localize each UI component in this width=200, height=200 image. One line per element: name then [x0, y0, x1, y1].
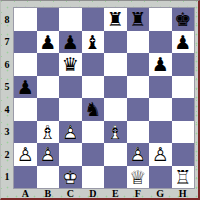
square-c7[interactable]: ♟: [59, 31, 82, 54]
rank-label-4: 4: [1, 98, 13, 121]
piece-white-pawn[interactable]: ♟♙: [37, 143, 60, 166]
square-d3[interactable]: [82, 121, 105, 144]
rank-labels: 87654321: [1, 8, 13, 188]
piece-black-pawn[interactable]: ♟: [172, 31, 195, 54]
square-b6[interactable]: [37, 53, 60, 76]
square-f4[interactable]: [127, 98, 150, 121]
rank-label-6: 6: [1, 53, 13, 76]
square-e8[interactable]: ♜: [104, 8, 127, 31]
piece-outline: ♗: [104, 121, 127, 144]
piece-white-king[interactable]: ♚♔: [59, 166, 82, 189]
file-label-e: E: [104, 188, 127, 199]
square-e4[interactable]: [104, 98, 127, 121]
square-d7[interactable]: ♝: [82, 31, 105, 54]
square-c2[interactable]: [59, 143, 82, 166]
square-a4[interactable]: [14, 98, 37, 121]
square-g1[interactable]: [149, 166, 172, 189]
piece-fill: ♛: [59, 53, 82, 76]
piece-white-pawn[interactable]: ♟♙: [59, 121, 82, 144]
square-e5[interactable]: [104, 76, 127, 99]
piece-fill: ♟: [172, 31, 195, 54]
square-a8[interactable]: [14, 8, 37, 31]
square-f8[interactable]: ♜: [127, 8, 150, 31]
rank-label-5: 5: [1, 76, 13, 99]
square-d5[interactable]: [82, 76, 105, 99]
square-c3[interactable]: ♟♙: [59, 121, 82, 144]
piece-fill: ♜: [104, 8, 127, 31]
rank-label-2: 2: [1, 143, 13, 166]
square-b7[interactable]: ♟: [37, 31, 60, 54]
square-e1[interactable]: [104, 166, 127, 189]
square-f7[interactable]: [127, 31, 150, 54]
square-a7[interactable]: [14, 31, 37, 54]
piece-outline: ♖: [172, 166, 195, 189]
board-frame: 87654321 ♜♜♚♟♟♝♟♛♟♟♞♝♗♟♙♝♗♟♙♟♙♟♙♟♙♚♔♛♕♜♖…: [0, 0, 200, 200]
square-h6[interactable]: [172, 53, 195, 76]
piece-fill: ♝: [82, 31, 105, 54]
piece-fill: ♞: [82, 98, 105, 121]
square-b5[interactable]: [37, 76, 60, 99]
piece-outline: ♙: [37, 143, 60, 166]
square-f2[interactable]: ♟♙: [127, 143, 150, 166]
square-c6[interactable]: ♛: [59, 53, 82, 76]
piece-outline: ♙: [59, 121, 82, 144]
piece-black-pawn[interactable]: ♟: [149, 53, 172, 76]
piece-white-pawn[interactable]: ♟♙: [149, 143, 172, 166]
square-g3[interactable]: [149, 121, 172, 144]
piece-black-rook[interactable]: ♜: [104, 8, 127, 31]
square-h8[interactable]: ♚: [172, 8, 195, 31]
piece-black-knight[interactable]: ♞: [82, 98, 105, 121]
square-e6[interactable]: [104, 53, 127, 76]
square-c4[interactable]: [59, 98, 82, 121]
square-c1[interactable]: ♚♔: [59, 166, 82, 189]
piece-fill: ♟: [149, 53, 172, 76]
piece-white-bishop[interactable]: ♝♗: [104, 121, 127, 144]
rank-label-1: 1: [1, 166, 13, 189]
square-f5[interactable]: [127, 76, 150, 99]
square-d1[interactable]: [82, 166, 105, 189]
square-g2[interactable]: ♟♙: [149, 143, 172, 166]
square-f3[interactable]: [127, 121, 150, 144]
piece-outline: ♗: [37, 121, 60, 144]
piece-outline: ♔: [59, 166, 82, 189]
square-g7[interactable]: [149, 31, 172, 54]
square-e2[interactable]: [104, 143, 127, 166]
piece-fill: ♟: [37, 31, 60, 54]
file-label-a: A: [14, 188, 37, 199]
file-label-c: C: [59, 188, 82, 199]
piece-black-pawn[interactable]: ♟: [59, 31, 82, 54]
rank-label-3: 3: [1, 121, 13, 144]
square-f1[interactable]: ♛♕: [127, 166, 150, 189]
piece-fill: ♜: [127, 8, 150, 31]
piece-outline: ♙: [14, 143, 37, 166]
chess-board: ♜♜♚♟♟♝♟♛♟♟♞♝♗♟♙♝♗♟♙♟♙♟♙♟♙♚♔♛♕♜♖: [13, 7, 195, 189]
square-d8[interactable]: [82, 8, 105, 31]
square-g4[interactable]: [149, 98, 172, 121]
square-a3[interactable]: [14, 121, 37, 144]
piece-white-bishop[interactable]: ♝♗: [37, 121, 60, 144]
piece-black-king[interactable]: ♚: [172, 8, 195, 31]
square-e7[interactable]: [104, 31, 127, 54]
piece-black-rook[interactable]: ♜: [127, 8, 150, 31]
piece-white-queen[interactable]: ♛♕: [127, 166, 150, 189]
rank-label-8: 8: [1, 8, 13, 31]
piece-white-pawn[interactable]: ♟♙: [127, 143, 150, 166]
file-label-d: D: [82, 188, 105, 199]
square-b1[interactable]: [37, 166, 60, 189]
piece-outline: ♕: [127, 166, 150, 189]
piece-outline: ♙: [127, 143, 150, 166]
square-a2[interactable]: ♟♙: [14, 143, 37, 166]
square-h5[interactable]: [172, 76, 195, 99]
square-a1[interactable]: [14, 166, 37, 189]
piece-outline: ♙: [149, 143, 172, 166]
piece-black-queen[interactable]: ♛: [59, 53, 82, 76]
square-h1[interactable]: ♜♖: [172, 166, 195, 189]
square-d2[interactable]: [82, 143, 105, 166]
square-c8[interactable]: [59, 8, 82, 31]
square-h2[interactable]: [172, 143, 195, 166]
file-label-h: H: [172, 188, 195, 199]
square-b3[interactable]: ♝♗: [37, 121, 60, 144]
file-labels: ABCDEFGH: [14, 188, 194, 199]
square-b4[interactable]: [37, 98, 60, 121]
piece-black-pawn[interactable]: ♟: [14, 76, 37, 99]
piece-fill: ♟: [59, 31, 82, 54]
square-a6[interactable]: [14, 53, 37, 76]
piece-fill: ♚: [172, 8, 195, 31]
square-g6[interactable]: ♟: [149, 53, 172, 76]
square-h7[interactable]: ♟: [172, 31, 195, 54]
square-f6[interactable]: [127, 53, 150, 76]
square-a5[interactable]: ♟: [14, 76, 37, 99]
piece-black-bishop[interactable]: ♝: [82, 31, 105, 54]
square-h3[interactable]: [172, 121, 195, 144]
square-g8[interactable]: [149, 8, 172, 31]
square-c5[interactable]: [59, 76, 82, 99]
square-d6[interactable]: [82, 53, 105, 76]
square-b8[interactable]: [37, 8, 60, 31]
square-d4[interactable]: ♞: [82, 98, 105, 121]
file-label-b: B: [37, 188, 60, 199]
piece-fill: ♟: [14, 76, 37, 99]
file-label-g: G: [149, 188, 172, 199]
square-e3[interactable]: ♝♗: [104, 121, 127, 144]
square-b2[interactable]: ♟♙: [37, 143, 60, 166]
piece-white-pawn[interactable]: ♟♙: [14, 143, 37, 166]
square-h4[interactable]: [172, 98, 195, 121]
file-label-f: F: [127, 188, 150, 199]
rank-label-7: 7: [1, 31, 13, 54]
piece-white-rook[interactable]: ♜♖: [172, 166, 195, 189]
square-g5[interactable]: [149, 76, 172, 99]
piece-black-pawn[interactable]: ♟: [37, 31, 60, 54]
